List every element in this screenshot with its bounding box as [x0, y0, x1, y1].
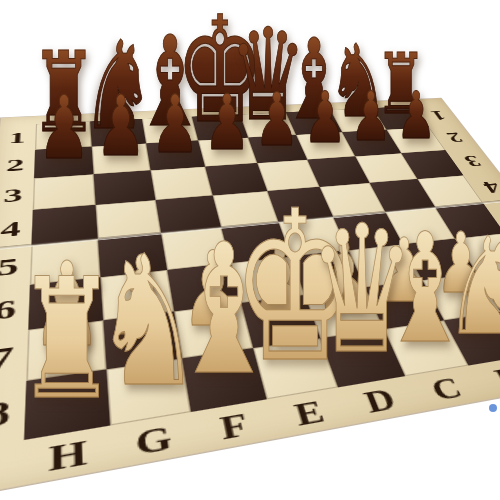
- piece-black-pawn-g2[interactable]: ♟: [95, 85, 146, 168]
- piece-black-pawn-b2[interactable]: ♟: [351, 83, 392, 151]
- blue-dot-detail: [489, 404, 497, 412]
- pieces-layer: ♜♞♝♚♛♝♞♜♟♟♟♟♟♟♟♟♟♟♟♟♟♟♟♟♜♞♝♚♛♝♞♜: [0, 0, 500, 500]
- piece-black-pawn-d2[interactable]: ♟: [255, 84, 300, 157]
- piece-white-knight-b8[interactable]: ♞: [444, 219, 500, 353]
- piece-black-pawn-a2[interactable]: ♟: [396, 82, 436, 147]
- photo-canvas: 1234567812345678HGFEDCBA ♜♞♝♚♛♝♞♜♟♟♟♟♟♟♟…: [0, 0, 500, 500]
- piece-black-pawn-h2[interactable]: ♟: [37, 85, 90, 172]
- piece-black-pawn-e2[interactable]: ♟: [204, 84, 251, 161]
- piece-black-pawn-c2[interactable]: ♟: [304, 83, 347, 153]
- piece-black-pawn-f2[interactable]: ♟: [151, 85, 200, 165]
